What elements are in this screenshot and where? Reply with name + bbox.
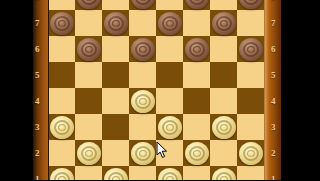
square-d7[interactable] (129, 10, 156, 36)
yellow-man-c1[interactable] (104, 168, 128, 181)
square-f2[interactable] (183, 140, 210, 166)
yellow-man-f2[interactable] (185, 142, 209, 165)
square-g8[interactable] (210, 0, 237, 10)
yellow-man-d2[interactable] (131, 142, 155, 165)
square-b3[interactable] (75, 114, 102, 140)
rank-label-right-2: 2 (265, 148, 287, 158)
rank-strip-left: 87654321 (33, 0, 49, 180)
square-b8[interactable] (75, 0, 102, 10)
square-h7[interactable] (237, 10, 264, 36)
rank-label-right-7: 7 (265, 18, 287, 28)
square-f8[interactable] (183, 0, 210, 10)
yellow-man-g1[interactable] (212, 168, 236, 181)
square-e4[interactable] (156, 88, 183, 114)
square-h4[interactable] (237, 88, 264, 114)
square-e8[interactable] (156, 0, 183, 10)
square-a3[interactable] (48, 114, 75, 140)
square-a1[interactable] (48, 166, 75, 180)
rank-label-left-1: 1 (33, 174, 50, 180)
square-g2[interactable] (210, 140, 237, 166)
square-d4[interactable] (129, 88, 156, 114)
yellow-man-a1[interactable] (50, 168, 74, 181)
square-b7[interactable] (75, 10, 102, 36)
square-d1[interactable] (129, 166, 156, 180)
square-h5[interactable] (237, 62, 264, 88)
rank-label-left-7: 7 (33, 18, 50, 28)
game-window: 87654321 87654321 (0, 0, 320, 180)
square-h8[interactable] (237, 0, 264, 10)
square-c5[interactable] (102, 62, 129, 88)
rank-label-right-8: 8 (265, 0, 287, 2)
square-a7[interactable] (48, 10, 75, 36)
square-c7[interactable] (102, 10, 129, 36)
square-g1[interactable] (210, 166, 237, 180)
brown-man-f6[interactable] (185, 38, 209, 61)
square-e6[interactable] (156, 36, 183, 62)
square-c2[interactable] (102, 140, 129, 166)
square-c4[interactable] (102, 88, 129, 114)
square-a6[interactable] (48, 36, 75, 62)
yellow-man-e1[interactable] (158, 168, 182, 181)
yellow-man-e3[interactable] (158, 116, 182, 139)
rank-label-right-5: 5 (265, 70, 287, 80)
square-b2[interactable] (75, 140, 102, 166)
yellow-man-a3[interactable] (50, 116, 74, 139)
rank-label-left-6: 6 (33, 44, 50, 54)
square-f5[interactable] (183, 62, 210, 88)
rank-label-left-3: 3 (33, 122, 50, 132)
square-d5[interactable] (129, 62, 156, 88)
brown-man-h8[interactable] (239, 0, 263, 9)
brown-man-g7[interactable] (212, 12, 236, 35)
square-f7[interactable] (183, 10, 210, 36)
square-b4[interactable] (75, 88, 102, 114)
brown-man-f8[interactable] (185, 0, 209, 9)
rank-label-right-1: 1 (265, 174, 287, 180)
square-d2[interactable] (129, 140, 156, 166)
brown-man-e7[interactable] (158, 12, 182, 35)
square-a5[interactable] (48, 62, 75, 88)
brown-man-c7[interactable] (104, 12, 128, 35)
brown-man-d8[interactable] (131, 0, 155, 9)
yellow-man-d4[interactable] (131, 90, 155, 113)
rank-label-left-5: 5 (33, 70, 50, 80)
square-d6[interactable] (129, 36, 156, 62)
square-c6[interactable] (102, 36, 129, 62)
rank-strip-right: 87654321 (264, 0, 281, 180)
square-b5[interactable] (75, 62, 102, 88)
square-b1[interactable] (75, 166, 102, 180)
brown-man-b6[interactable] (77, 38, 101, 61)
rank-label-left-4: 4 (33, 96, 50, 106)
rank-label-right-3: 3 (265, 122, 287, 132)
brown-man-h6[interactable] (239, 38, 263, 61)
square-a4[interactable] (48, 88, 75, 114)
brown-man-b8[interactable] (77, 0, 101, 9)
square-g4[interactable] (210, 88, 237, 114)
rank-label-right-6: 6 (265, 44, 287, 54)
square-h6[interactable] (237, 36, 264, 62)
square-c1[interactable] (102, 166, 129, 180)
square-h3[interactable] (237, 114, 264, 140)
square-b6[interactable] (75, 36, 102, 62)
square-h1[interactable] (237, 166, 264, 180)
brown-man-a7[interactable] (50, 12, 74, 35)
rank-label-left-8: 8 (33, 0, 50, 2)
square-g7[interactable] (210, 10, 237, 36)
square-f4[interactable] (183, 88, 210, 114)
square-e3[interactable] (156, 114, 183, 140)
square-c8[interactable] (102, 0, 129, 10)
yellow-man-g3[interactable] (212, 116, 236, 139)
square-e7[interactable] (156, 10, 183, 36)
square-c3[interactable] (102, 114, 129, 140)
square-d8[interactable] (129, 0, 156, 10)
square-f3[interactable] (183, 114, 210, 140)
square-f1[interactable] (183, 166, 210, 180)
square-g6[interactable] (210, 36, 237, 62)
square-g5[interactable] (210, 62, 237, 88)
brown-man-d6[interactable] (131, 38, 155, 61)
rank-label-right-4: 4 (265, 96, 287, 106)
square-f6[interactable] (183, 36, 210, 62)
rank-label-left-2: 2 (33, 148, 50, 158)
square-g3[interactable] (210, 114, 237, 140)
square-a8[interactable] (48, 0, 75, 10)
mouse-arrow-cursor (156, 141, 169, 159)
square-h2[interactable] (237, 140, 264, 166)
square-e1[interactable] (156, 166, 183, 180)
yellow-man-b2[interactable] (77, 142, 101, 165)
square-e5[interactable] (156, 62, 183, 88)
yellow-man-h2[interactable] (239, 142, 263, 165)
square-d3[interactable] (129, 114, 156, 140)
square-a2[interactable] (48, 140, 75, 166)
